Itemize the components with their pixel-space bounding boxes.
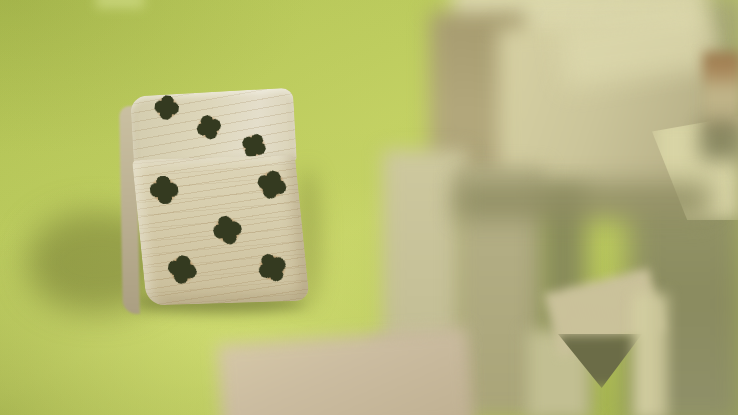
shadow-right-edge [700, 122, 738, 160]
block-right-strip [634, 294, 668, 415]
pip-front [209, 212, 246, 247]
wooden-die [116, 72, 311, 317]
blob-top-left [96, 0, 144, 8]
pip-top [192, 111, 225, 144]
die-front-face-five [132, 155, 310, 306]
photo-dice-scene [0, 0, 738, 415]
pip-front [165, 251, 200, 287]
pip-front [148, 174, 181, 205]
pip-top [152, 93, 181, 122]
pip-front [251, 248, 292, 288]
pip-front [253, 166, 290, 204]
shadow-mid-band [455, 182, 710, 220]
